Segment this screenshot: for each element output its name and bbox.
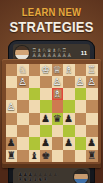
square[interactable]: ♚ xyxy=(40,150,52,162)
square[interactable] xyxy=(6,88,18,100)
square[interactable] xyxy=(52,125,64,137)
square[interactable] xyxy=(29,100,41,112)
chess-piece-bR: ♜ xyxy=(7,151,16,161)
square[interactable] xyxy=(75,113,87,125)
square[interactable] xyxy=(6,64,18,76)
square[interactable] xyxy=(29,113,41,125)
headline: LEARN NEW STRATEGIES xyxy=(0,7,103,33)
captured-pieces-white: ♖♗♘♕♗♘♖ ♙♙♙♙♙♙♙♙ xyxy=(32,48,79,58)
chess-piece-bK: ♚ xyxy=(41,151,50,161)
square[interactable] xyxy=(29,76,41,88)
square[interactable] xyxy=(63,125,75,137)
chess-piece-wB: ♗ xyxy=(64,65,73,75)
square[interactable] xyxy=(52,100,64,112)
chess-piece-bR: ♜ xyxy=(87,151,96,161)
player-avatar xyxy=(74,170,88,183)
square[interactable] xyxy=(17,100,29,112)
square[interactable] xyxy=(86,100,98,112)
player-bar: ♟♟♟♟♟♟♟♟ ♜♞♝♝♞♜ xyxy=(13,168,90,183)
square[interactable] xyxy=(6,76,18,88)
captured-row-pawns: ♙♙♙♙♙♙♙♙ xyxy=(32,53,79,58)
chess-piece-wK: ♔ xyxy=(41,65,50,75)
square[interactable]: ♜ xyxy=(6,150,18,162)
square[interactable]: ♟ xyxy=(63,113,75,125)
square[interactable]: ♗ xyxy=(63,64,75,76)
chess-piece-wP: ♙ xyxy=(53,77,62,87)
square[interactable] xyxy=(86,113,98,125)
square[interactable] xyxy=(17,88,29,100)
ad-screenshot: LEARN NEW STRATEGIES ♖♗♘♕♗♘♖ ♙♙♙♙♙♙♙♙ 11… xyxy=(0,0,103,183)
chess-board-frame: ♘♔♕♗♖♙♙♙♙♗♙♟♛♟♟♟♟♟♜♝♚♜ xyxy=(2,59,101,168)
chess-piece-bP: ♟ xyxy=(41,138,50,148)
chess-piece-wP: ♙ xyxy=(18,77,27,87)
square[interactable] xyxy=(40,100,52,112)
square[interactable] xyxy=(75,100,87,112)
square[interactable] xyxy=(63,76,75,88)
square[interactable]: ♜ xyxy=(86,150,98,162)
square[interactable] xyxy=(29,125,41,137)
chess-piece-wP: ♙ xyxy=(7,102,16,112)
square[interactable] xyxy=(75,125,87,137)
square[interactable] xyxy=(29,137,41,149)
chess-piece-wP: ♙ xyxy=(76,77,85,87)
square[interactable] xyxy=(63,100,75,112)
square[interactable] xyxy=(40,76,52,88)
square[interactable]: ♖ xyxy=(86,64,98,76)
square[interactable]: ♙ xyxy=(52,76,64,88)
square[interactable] xyxy=(40,88,52,100)
chess-piece-bP: ♟ xyxy=(64,138,73,148)
chess-piece-bB: ♝ xyxy=(30,151,39,161)
square[interactable] xyxy=(86,125,98,137)
square[interactable]: ♙ xyxy=(86,76,98,88)
chess-board[interactable]: ♘♔♕♗♖♙♙♙♙♗♙♟♛♟♟♟♟♟♜♝♚♜ xyxy=(6,64,98,162)
chess-piece-wN: ♘ xyxy=(18,65,27,75)
square[interactable]: ♟ xyxy=(6,137,18,149)
material-score: 11 xyxy=(81,50,87,56)
square[interactable] xyxy=(75,64,87,76)
chess-piece-bP: ♟ xyxy=(41,114,50,124)
square[interactable] xyxy=(6,113,18,125)
square[interactable] xyxy=(17,113,29,125)
square[interactable] xyxy=(29,64,41,76)
square[interactable] xyxy=(29,88,41,100)
square[interactable] xyxy=(17,125,29,137)
captured-row-pieces: ♜♞♝♝♞♜ xyxy=(18,177,74,182)
square[interactable]: ♔ xyxy=(40,64,52,76)
square[interactable] xyxy=(17,137,29,149)
square[interactable]: ♙ xyxy=(6,100,18,112)
chess-piece-wR: ♖ xyxy=(87,65,96,75)
square[interactable] xyxy=(52,137,64,149)
square[interactable]: ♛ xyxy=(52,113,64,125)
square[interactable]: ♟ xyxy=(40,137,52,149)
captured-pieces-black: ♟♟♟♟♟♟♟♟ ♜♞♝♝♞♜ xyxy=(18,172,74,182)
square[interactable] xyxy=(75,150,87,162)
chess-piece-wB: ♗ xyxy=(53,89,62,99)
square[interactable]: ♘ xyxy=(17,64,29,76)
square[interactable]: ♕ xyxy=(52,64,64,76)
square[interactable] xyxy=(40,125,52,137)
square[interactable] xyxy=(75,88,87,100)
chess-piece-bP: ♟ xyxy=(64,114,73,124)
square[interactable] xyxy=(17,150,29,162)
square[interactable] xyxy=(6,125,18,137)
square[interactable] xyxy=(75,137,87,149)
square[interactable] xyxy=(63,88,75,100)
chess-piece-bQ: ♛ xyxy=(53,114,62,124)
square[interactable]: ♟ xyxy=(86,137,98,149)
square[interactable]: ♗ xyxy=(52,88,64,100)
square[interactable]: ♙ xyxy=(17,76,29,88)
headline-line1: LEARN NEW xyxy=(3,7,101,18)
square[interactable]: ♟ xyxy=(40,113,52,125)
square[interactable] xyxy=(86,88,98,100)
square[interactable] xyxy=(52,150,64,162)
chess-piece-bP: ♟ xyxy=(87,138,96,148)
square[interactable]: ♙ xyxy=(75,76,87,88)
square[interactable]: ♝ xyxy=(29,150,41,162)
headline-line2: STRATEGIES xyxy=(4,19,100,34)
chess-piece-bP: ♟ xyxy=(7,138,16,148)
square[interactable]: ♟ xyxy=(63,137,75,149)
chess-piece-wP: ♙ xyxy=(87,77,96,87)
square[interactable] xyxy=(63,150,75,162)
opponent-avatar xyxy=(15,46,29,60)
chess-piece-wQ: ♕ xyxy=(53,65,62,75)
